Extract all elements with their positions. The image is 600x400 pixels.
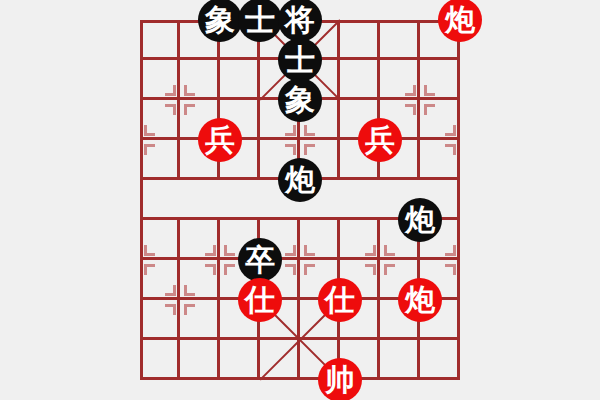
point-marker — [445, 245, 475, 275]
point-marker-corner — [184, 304, 195, 315]
board-cell[interactable] — [220, 60, 260, 100]
point-marker-corner — [165, 104, 176, 115]
piece-black-cannon[interactable]: 炮 — [398, 198, 442, 242]
point-marker-corner — [285, 144, 296, 155]
board-cell[interactable] — [380, 340, 420, 380]
point-marker-corner — [184, 104, 195, 115]
point-marker-corner — [165, 285, 176, 296]
piece-red-advisor[interactable]: 仕 — [318, 278, 362, 322]
piece-black-cannon[interactable]: 炮 — [278, 158, 322, 202]
piece-red-soldier[interactable]: 兵 — [358, 118, 402, 162]
point-marker-corner — [144, 264, 155, 275]
point-marker-corner — [165, 304, 176, 315]
point-marker-corner — [304, 144, 315, 155]
point-marker-corner — [144, 245, 155, 256]
piece-red-soldier[interactable]: 兵 — [198, 118, 242, 162]
point-marker — [285, 245, 315, 275]
point-marker-corner — [144, 125, 155, 136]
board-cell[interactable] — [140, 340, 180, 380]
point-marker-corner — [405, 85, 416, 96]
piece-red-advisor[interactable]: 仕 — [238, 278, 282, 322]
point-marker-corner — [304, 245, 315, 256]
point-marker-corner — [205, 264, 216, 275]
point-marker-corner — [224, 264, 235, 275]
point-marker-corner — [285, 264, 296, 275]
piece-black-advisor[interactable]: 士 — [278, 38, 322, 82]
point-marker-corner — [445, 245, 456, 256]
point-marker — [405, 85, 435, 115]
point-marker — [285, 125, 315, 155]
point-marker-corner — [384, 245, 395, 256]
point-marker-corner — [384, 264, 395, 275]
point-marker-corner — [285, 245, 296, 256]
board-cell[interactable] — [380, 20, 420, 60]
board-cell[interactable] — [340, 20, 380, 60]
board-cell[interactable] — [140, 180, 180, 220]
point-marker-corner — [205, 245, 216, 256]
board-cell[interactable] — [180, 180, 220, 220]
board-cell[interactable] — [220, 180, 260, 220]
point-marker-corner — [424, 85, 435, 96]
point-marker — [445, 125, 475, 155]
board-cell[interactable] — [140, 20, 180, 60]
point-marker-corner — [304, 125, 315, 136]
point-marker — [205, 245, 235, 275]
board-cell[interactable] — [340, 180, 380, 220]
point-marker-corner — [445, 125, 456, 136]
point-marker-corner — [405, 104, 416, 115]
piece-black-elephant[interactable]: 象 — [198, 0, 242, 42]
point-marker — [125, 245, 155, 275]
board-cell[interactable] — [420, 340, 460, 380]
point-marker — [165, 285, 195, 315]
point-marker-corner — [365, 245, 376, 256]
point-marker-corner — [165, 85, 176, 96]
point-marker-corner — [445, 144, 456, 155]
piece-red-general[interactable]: 帅 — [318, 358, 362, 400]
point-marker-corner — [424, 104, 435, 115]
point-marker-corner — [304, 264, 315, 275]
board-cell[interactable] — [340, 60, 380, 100]
board-cell[interactable] — [180, 340, 220, 380]
piece-red-cannon[interactable]: 炮 — [438, 0, 482, 42]
point-marker-corner — [184, 85, 195, 96]
point-marker — [165, 85, 195, 115]
point-marker-corner — [445, 264, 456, 275]
piece-black-general[interactable]: 将 — [278, 0, 322, 42]
board-cell[interactable] — [220, 340, 260, 380]
xiangqi-board: 象士将士象炮兵兵炮炮卒仕仕炮帅 — [0, 0, 600, 400]
piece-red-cannon[interactable]: 炮 — [398, 278, 442, 322]
piece-black-elephant[interactable]: 象 — [278, 78, 322, 122]
point-marker-corner — [144, 144, 155, 155]
point-marker-corner — [285, 125, 296, 136]
piece-black-soldier[interactable]: 卒 — [238, 238, 282, 282]
point-marker-corner — [365, 264, 376, 275]
point-marker-corner — [224, 245, 235, 256]
piece-black-advisor[interactable]: 士 — [238, 0, 282, 42]
point-marker-corner — [184, 285, 195, 296]
point-marker — [365, 245, 395, 275]
point-marker — [125, 125, 155, 155]
